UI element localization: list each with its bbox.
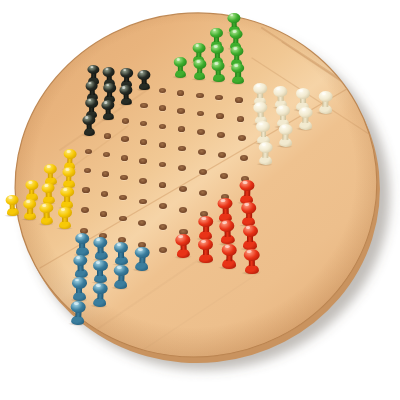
peg-head [58,207,71,218]
hole[interactable] [119,216,127,222]
peg-head [227,13,240,23]
peg-head [174,57,187,67]
peg-head [211,44,224,54]
hole[interactable] [196,93,204,99]
peg-white[interactable] [298,107,314,131]
peg-head [241,202,256,214]
peg-yellow[interactable] [25,179,39,200]
board-holes-and-pegs [0,0,400,400]
hole[interactable] [159,162,167,168]
peg-head [119,85,132,95]
peg-red[interactable] [197,215,213,239]
hole[interactable] [82,187,90,193]
peg-white[interactable] [258,141,274,165]
peg-white[interactable] [318,90,334,114]
peg-blue[interactable] [72,277,87,301]
peg-base [212,74,224,82]
peg-blue[interactable] [92,283,108,308]
hole[interactable] [140,103,147,108]
peg-yellow[interactable] [60,187,74,209]
peg-base [193,72,205,80]
peg-base [299,121,312,130]
hole[interactable] [159,105,166,111]
peg-blue[interactable] [75,232,90,255]
peg-red[interactable] [242,225,258,250]
hole[interactable] [121,155,129,161]
hole[interactable] [198,149,206,155]
peg-head [254,102,268,113]
hole[interactable] [220,173,228,179]
peg-red[interactable] [219,220,236,245]
peg-head [218,197,233,209]
peg-head [26,179,39,189]
hole[interactable] [218,152,226,158]
peg-head [198,239,213,251]
peg-head [40,203,54,214]
peg-head [42,183,55,194]
peg-head [230,46,243,56]
peg-head [24,199,37,209]
hole[interactable] [139,158,147,164]
peg-red[interactable] [239,180,255,204]
peg-head [193,59,206,69]
hole[interactable] [235,97,243,103]
hole[interactable] [216,113,224,119]
hole[interactable] [100,211,108,217]
hole[interactable] [102,171,110,177]
hole[interactable] [159,182,167,188]
peg-head [75,232,89,243]
peg-head [103,83,115,93]
peg-head [273,85,287,96]
peg-head [243,225,258,237]
peg-head [103,66,115,76]
peg-head [92,283,107,295]
hole[interactable] [159,224,167,230]
peg-head [231,63,244,73]
hole[interactable] [178,126,186,132]
peg-head [6,195,19,205]
hole[interactable] [217,132,225,138]
hole[interactable] [101,191,109,197]
hole[interactable] [159,124,167,130]
peg-white[interactable] [278,124,294,148]
peg-head [219,220,234,232]
hole[interactable] [177,108,185,114]
peg-head [176,233,191,245]
peg-green[interactable] [211,61,225,82]
hole[interactable] [177,90,184,96]
peg-black[interactable] [137,70,151,91]
peg-head [87,64,99,74]
peg-blue[interactable] [113,264,129,288]
hole[interactable] [240,155,248,161]
hole[interactable] [138,220,146,226]
peg-head [64,148,77,159]
hole[interactable] [159,88,166,93]
peg-blue[interactable] [93,260,108,284]
peg-head [114,242,128,253]
hole[interactable] [119,195,127,201]
peg-yellow[interactable] [62,167,76,189]
hole[interactable] [159,203,167,209]
peg-yellow[interactable] [40,203,55,225]
hole[interactable] [121,136,129,142]
peg-head [211,61,224,71]
peg-blue[interactable] [114,242,129,265]
hole[interactable] [140,121,147,127]
peg-red[interactable] [175,233,191,258]
peg-head [85,98,97,108]
hole[interactable] [179,207,187,213]
hole[interactable] [197,129,205,135]
hole[interactable] [139,178,147,184]
peg-head [279,124,294,136]
peg-red[interactable] [218,197,234,221]
peg-head [101,100,114,110]
hole[interactable] [197,111,205,117]
hole[interactable] [199,190,207,196]
peg-head [299,107,314,119]
peg-base [175,70,187,78]
hole[interactable] [159,142,167,148]
peg-black[interactable] [101,100,115,121]
peg-head [60,187,73,198]
peg-head [256,121,270,132]
peg-green[interactable] [231,63,245,84]
peg-head [229,29,242,39]
peg-head [137,70,150,80]
hole[interactable] [178,146,186,152]
peg-head [44,164,57,174]
peg-black[interactable] [119,85,133,106]
hole[interactable] [103,152,111,158]
peg-head [244,249,260,261]
peg-head [121,68,133,78]
peg-head [73,254,88,266]
peg-head [240,180,255,192]
hole[interactable] [238,135,246,141]
peg-black[interactable] [82,115,96,136]
peg-green[interactable] [192,59,206,80]
peg-blue[interactable] [93,237,109,261]
hole[interactable] [237,116,245,122]
peg-head [62,167,75,178]
peg-head [193,42,206,52]
hole[interactable] [104,133,111,139]
peg-head [114,265,129,277]
peg-head [83,115,96,125]
peg-head [296,88,310,99]
peg-head [210,28,222,38]
hole[interactable] [139,199,147,205]
peg-head [72,277,86,288]
hole[interactable] [120,175,128,181]
peg-head [259,141,274,153]
peg-blue[interactable] [134,246,150,270]
peg-red[interactable] [198,239,214,263]
peg-head [71,301,86,313]
peg-head [318,90,332,102]
peg-head [85,81,97,91]
hole[interactable] [178,165,186,171]
peg-blue[interactable] [70,301,86,326]
hole[interactable] [179,186,187,192]
chinese-checkers-photo [0,0,400,400]
peg-head [93,260,107,271]
hole[interactable] [215,95,223,101]
peg-head [94,237,109,249]
hole[interactable] [159,247,167,253]
hole[interactable] [122,118,129,124]
peg-blue[interactable] [73,254,89,278]
hole[interactable] [199,169,207,175]
hole[interactable] [140,139,148,145]
peg-head [276,105,290,116]
peg-red[interactable] [241,202,257,226]
peg-head [135,246,150,258]
peg-head [221,243,237,256]
peg-head [198,215,213,227]
hole[interactable] [81,207,89,213]
peg-red[interactable] [221,243,238,268]
peg-yellow[interactable] [6,195,20,216]
hole[interactable] [85,149,92,155]
peg-yellow[interactable] [58,207,72,229]
peg-green[interactable] [174,57,187,78]
peg-red[interactable] [244,249,260,274]
peg-yellow[interactable] [42,183,56,205]
hole[interactable] [84,168,92,174]
peg-head [253,83,267,94]
peg-yellow[interactable] [23,199,37,221]
